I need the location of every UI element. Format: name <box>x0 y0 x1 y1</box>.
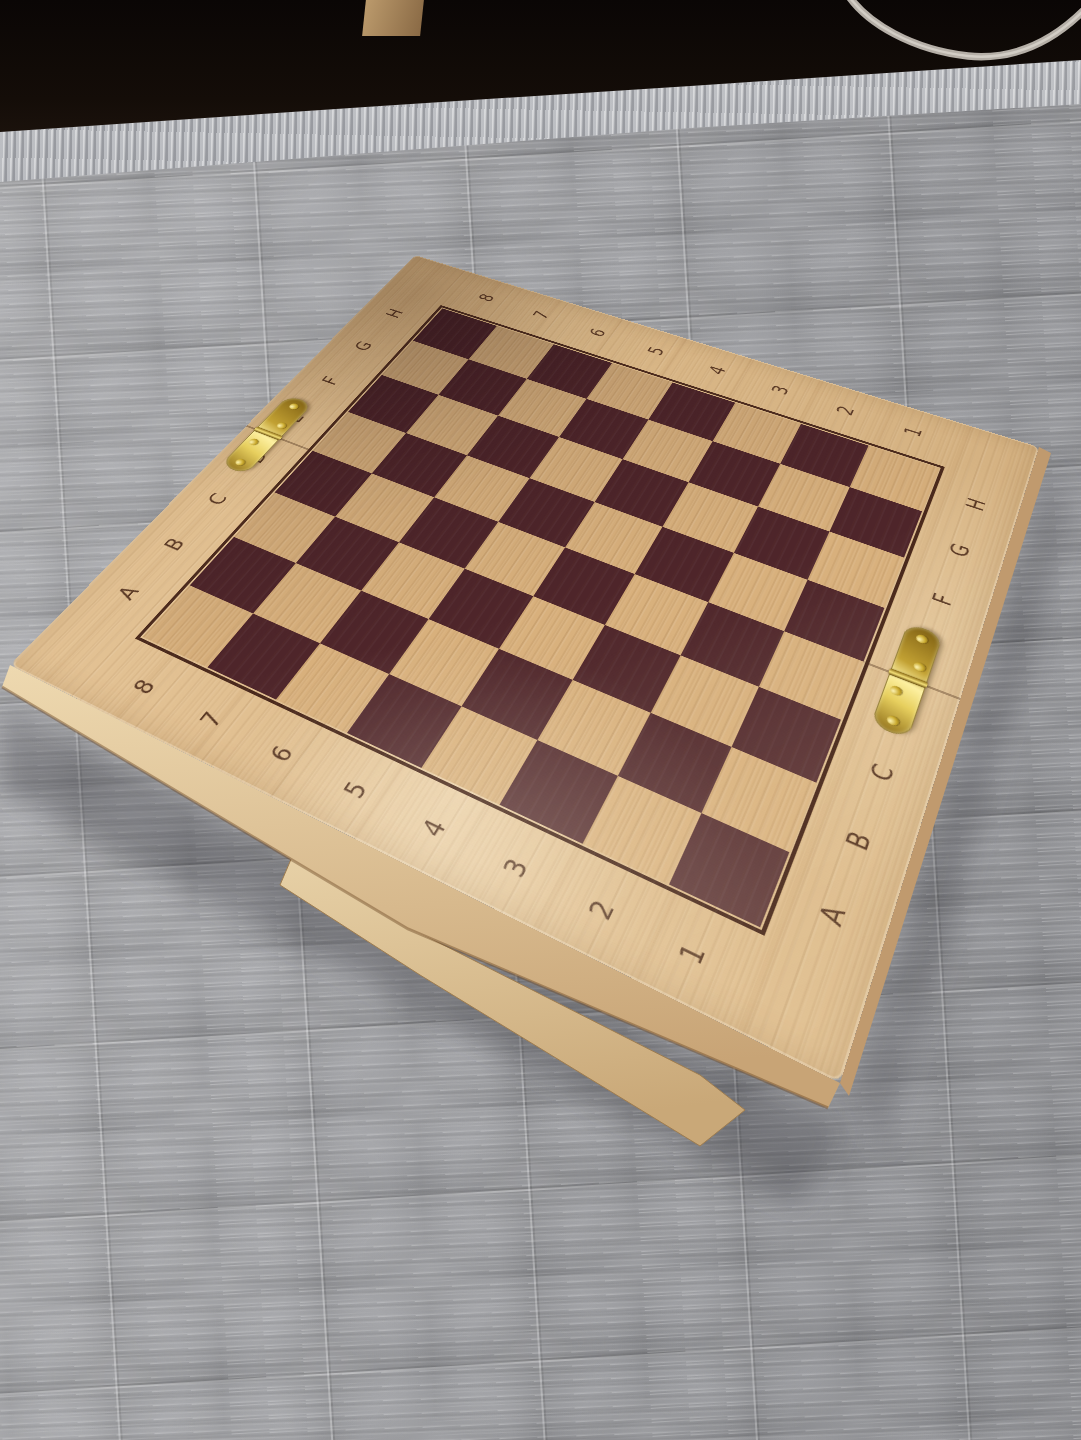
hinge-screw <box>915 633 929 645</box>
hinge-screw <box>288 402 301 410</box>
hinge-screw <box>889 684 903 696</box>
hinge-screw <box>886 714 901 727</box>
hinge-screw <box>275 421 288 429</box>
photo-scene: ABCDEFGHABCDEFGH8765432187654321 <box>0 0 1081 1440</box>
hinge-screw <box>247 438 260 446</box>
hinge-screw <box>234 458 247 467</box>
hinge-screw <box>913 661 927 673</box>
